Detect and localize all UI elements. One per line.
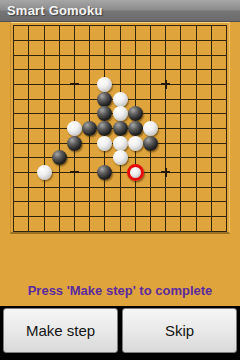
white-stone xyxy=(67,121,82,136)
status-message: Press 'Make step' to complete xyxy=(0,283,240,299)
black-stone xyxy=(128,121,143,136)
white-stone xyxy=(37,165,52,180)
grid-line-horizontal xyxy=(13,216,227,217)
black-stone xyxy=(52,150,67,165)
grid-line-vertical xyxy=(211,25,212,231)
white-stone xyxy=(143,121,158,136)
white-stone xyxy=(113,150,128,165)
skip-button[interactable]: Skip xyxy=(122,308,237,353)
star-point xyxy=(161,168,170,177)
grid-line-horizontal xyxy=(13,231,227,232)
white-stone xyxy=(97,136,112,151)
bottom-button-bar: Make step Skip xyxy=(0,306,240,360)
app-screen: Smart Gomoku Press 'Make step' to comple… xyxy=(0,0,240,360)
white-stone xyxy=(128,136,143,151)
black-stone xyxy=(67,136,82,151)
title-bar: Smart Gomoku xyxy=(0,0,240,22)
last-move-stone xyxy=(127,164,144,181)
gomoku-board[interactable] xyxy=(10,22,230,234)
black-stone xyxy=(97,92,112,107)
black-stone xyxy=(143,136,158,151)
grid-line-vertical xyxy=(226,25,227,231)
star-point xyxy=(161,80,170,89)
black-stone xyxy=(97,106,112,121)
app-title: Smart Gomoku xyxy=(0,3,103,18)
white-stone xyxy=(113,92,128,107)
black-stone xyxy=(82,121,97,136)
black-stone xyxy=(128,106,143,121)
black-stone xyxy=(97,165,112,180)
star-point xyxy=(70,168,79,177)
black-stone xyxy=(97,121,112,136)
grid-line-horizontal xyxy=(13,201,227,202)
star-point xyxy=(70,80,79,89)
white-stone xyxy=(113,136,128,151)
white-stone xyxy=(97,77,112,92)
make-step-button[interactable]: Make step xyxy=(3,308,118,353)
white-stone xyxy=(113,106,128,121)
black-stone xyxy=(113,121,128,136)
